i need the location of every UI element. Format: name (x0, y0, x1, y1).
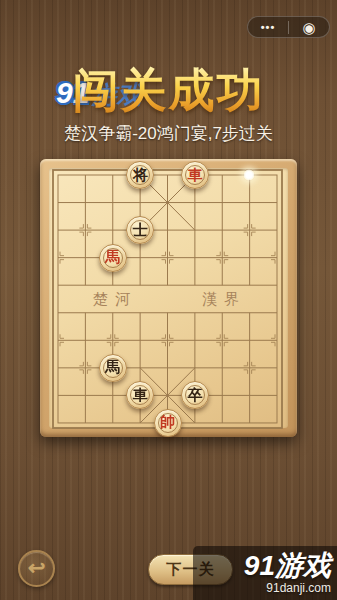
more-button[interactable]: ••• (248, 17, 288, 37)
black-soldier[interactable]: 卒 (181, 381, 209, 409)
red-general[interactable]: 帥 (154, 409, 182, 437)
back-button[interactable]: ↩ (18, 550, 55, 587)
black-advisor[interactable]: 士 (126, 216, 154, 244)
result-title: 闯关成功 (0, 60, 337, 122)
more-dots-icon: ••• (261, 22, 276, 33)
watermark-site-domain: 91danji.com (266, 581, 331, 595)
xiangqi-board: 楚河 漢界 将車士馬馬車卒帥 (40, 159, 297, 437)
miniprogram-capsule: ••• ◉ (247, 16, 330, 38)
black-horse[interactable]: 馬 (99, 354, 127, 382)
red-horse[interactable]: 馬 (99, 244, 127, 272)
exit-circle-icon: ◉ (302, 20, 315, 35)
sparkle-effect-icon (243, 169, 255, 181)
watermark-overlay: 91游戏 91danji.com (193, 546, 337, 600)
red-chariot[interactable]: 車 (181, 161, 209, 189)
level-subtitle: 楚汉争霸-20鸿门宴,7步过关 (0, 122, 337, 145)
river-label-han: 漢界 (186, 290, 262, 309)
watermark-site-logo: 91游戏 (244, 551, 331, 580)
exit-button[interactable]: ◉ (289, 17, 329, 37)
black-chariot[interactable]: 車 (126, 381, 154, 409)
black-general[interactable]: 将 (126, 161, 154, 189)
app-screen: ••• ◉ 91游戏 闯关成功 楚汉争霸-20鸿门宴,7步过关 (0, 0, 337, 600)
river-label-chu: 楚河 (80, 290, 150, 309)
return-arrow-icon: ↩ (28, 557, 46, 578)
